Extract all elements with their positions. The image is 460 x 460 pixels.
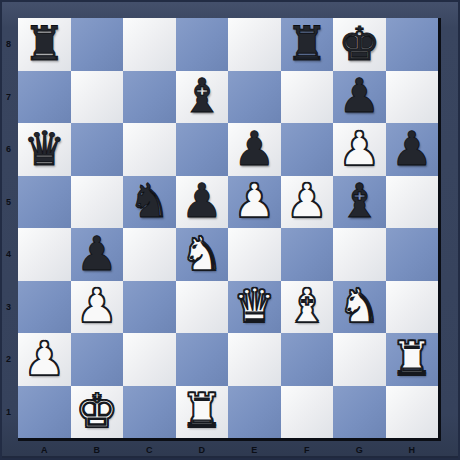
square-g3[interactable]: ♞ <box>333 281 386 334</box>
square-e3[interactable]: ♛ <box>228 281 281 334</box>
black-pawn: ♟ <box>338 72 380 119</box>
square-d3[interactable] <box>176 281 229 334</box>
rank-label-6: 6 <box>0 123 17 176</box>
black-bishop: ♝ <box>338 177 380 224</box>
square-g4[interactable] <box>333 228 386 281</box>
square-d5[interactable]: ♟ <box>176 176 229 229</box>
white-rook: ♜ <box>391 335 433 382</box>
square-c7[interactable] <box>123 71 176 124</box>
white-pawn: ♟ <box>23 335 65 382</box>
file-label-a: A <box>18 443 71 457</box>
black-bishop: ♝ <box>181 72 223 119</box>
square-d6[interactable] <box>176 123 229 176</box>
square-c5[interactable]: ♞ <box>123 176 176 229</box>
square-f7[interactable] <box>281 71 334 124</box>
black-pawn: ♟ <box>391 125 433 172</box>
square-h1[interactable] <box>386 386 439 439</box>
file-label-d: D <box>176 443 229 457</box>
file-label-b: B <box>71 443 124 457</box>
square-b6[interactable] <box>71 123 124 176</box>
file-label-e: E <box>228 443 281 457</box>
rank-label-3: 3 <box>0 281 17 334</box>
file-label-h: H <box>386 443 439 457</box>
square-h5[interactable] <box>386 176 439 229</box>
square-b5[interactable] <box>71 176 124 229</box>
white-pawn: ♟ <box>286 177 328 224</box>
chess-board: ♜♜♚♝♟♛♟♟♟♞♟♟♟♝♟♞♟♛♝♞♟♜♚♜ <box>18 18 441 441</box>
square-h4[interactable] <box>386 228 439 281</box>
white-queen: ♛ <box>233 282 275 329</box>
square-h2[interactable]: ♜ <box>386 333 439 386</box>
square-f3[interactable]: ♝ <box>281 281 334 334</box>
square-b1[interactable]: ♚ <box>71 386 124 439</box>
square-c8[interactable] <box>123 18 176 71</box>
square-c6[interactable] <box>123 123 176 176</box>
rank-label-5: 5 <box>0 176 17 229</box>
square-f5[interactable]: ♟ <box>281 176 334 229</box>
square-d8[interactable] <box>176 18 229 71</box>
file-label-g: G <box>333 443 386 457</box>
square-h7[interactable] <box>386 71 439 124</box>
square-d4[interactable]: ♞ <box>176 228 229 281</box>
square-e8[interactable] <box>228 18 281 71</box>
black-rook: ♜ <box>286 20 328 67</box>
square-f2[interactable] <box>281 333 334 386</box>
rank-label-7: 7 <box>0 71 17 124</box>
square-d7[interactable]: ♝ <box>176 71 229 124</box>
black-queen: ♛ <box>23 125 65 172</box>
square-a7[interactable] <box>18 71 71 124</box>
square-f8[interactable]: ♜ <box>281 18 334 71</box>
square-c1[interactable] <box>123 386 176 439</box>
square-e7[interactable] <box>228 71 281 124</box>
square-f1[interactable] <box>281 386 334 439</box>
rank-label-4: 4 <box>0 228 17 281</box>
rank-label-1: 1 <box>0 386 17 439</box>
square-a8[interactable]: ♜ <box>18 18 71 71</box>
white-pawn: ♟ <box>76 282 118 329</box>
square-b3[interactable]: ♟ <box>71 281 124 334</box>
square-b4[interactable]: ♟ <box>71 228 124 281</box>
black-pawn: ♟ <box>181 177 223 224</box>
white-pawn: ♟ <box>233 177 275 224</box>
black-pawn: ♟ <box>233 125 275 172</box>
square-g2[interactable] <box>333 333 386 386</box>
square-d2[interactable] <box>176 333 229 386</box>
square-e4[interactable] <box>228 228 281 281</box>
black-pawn: ♟ <box>76 230 118 277</box>
square-c4[interactable] <box>123 228 176 281</box>
square-b7[interactable] <box>71 71 124 124</box>
square-g5[interactable]: ♝ <box>333 176 386 229</box>
black-knight: ♞ <box>128 177 170 224</box>
square-f4[interactable] <box>281 228 334 281</box>
square-e6[interactable]: ♟ <box>228 123 281 176</box>
square-f6[interactable] <box>281 123 334 176</box>
square-h8[interactable] <box>386 18 439 71</box>
white-rook: ♜ <box>181 387 223 434</box>
square-a2[interactable]: ♟ <box>18 333 71 386</box>
white-knight: ♞ <box>338 282 380 329</box>
square-c2[interactable] <box>123 333 176 386</box>
square-g7[interactable]: ♟ <box>333 71 386 124</box>
file-label-f: F <box>281 443 334 457</box>
square-d1[interactable]: ♜ <box>176 386 229 439</box>
white-king: ♚ <box>76 387 118 434</box>
square-a5[interactable] <box>18 176 71 229</box>
white-bishop: ♝ <box>286 282 328 329</box>
square-g8[interactable]: ♚ <box>333 18 386 71</box>
white-knight: ♞ <box>181 230 223 277</box>
black-king: ♚ <box>338 20 380 67</box>
square-g1[interactable] <box>333 386 386 439</box>
square-h6[interactable]: ♟ <box>386 123 439 176</box>
file-label-c: C <box>123 443 176 457</box>
square-g6[interactable]: ♟ <box>333 123 386 176</box>
square-h3[interactable] <box>386 281 439 334</box>
square-e1[interactable] <box>228 386 281 439</box>
square-b2[interactable] <box>71 333 124 386</box>
chess-board-frame: ♜♜♚♝♟♛♟♟♟♞♟♟♟♝♟♞♟♛♝♞♟♜♚♜ 87654321ABCDEFG… <box>0 0 460 460</box>
square-e5[interactable]: ♟ <box>228 176 281 229</box>
square-b8[interactable] <box>71 18 124 71</box>
rank-label-2: 2 <box>0 333 17 386</box>
rank-label-8: 8 <box>0 18 17 71</box>
square-e2[interactable] <box>228 333 281 386</box>
black-rook: ♜ <box>23 20 65 67</box>
square-a1[interactable] <box>18 386 71 439</box>
square-a3[interactable] <box>18 281 71 334</box>
square-c3[interactable] <box>123 281 176 334</box>
square-a6[interactable]: ♛ <box>18 123 71 176</box>
square-a4[interactable] <box>18 228 71 281</box>
white-pawn: ♟ <box>338 125 380 172</box>
